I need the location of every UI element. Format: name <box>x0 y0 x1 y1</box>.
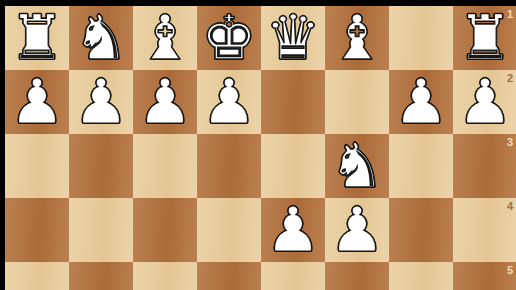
white-pawn[interactable]: ♟ <box>393 70 449 134</box>
square-a5[interactable]: 5 <box>453 262 516 290</box>
square-a2[interactable]: ♟2 <box>453 70 516 134</box>
square-g2[interactable]: ♟ <box>69 70 133 134</box>
square-f1[interactable]: ♝ <box>133 6 197 70</box>
square-f4[interactable] <box>133 198 197 262</box>
square-b2[interactable]: ♟ <box>389 70 453 134</box>
white-pawn[interactable]: ♟ <box>9 70 65 134</box>
white-rook[interactable]: ♜ <box>9 6 65 70</box>
rank-label-4: 4 <box>507 200 513 212</box>
white-pawn[interactable]: ♟ <box>457 70 513 134</box>
rank-label-2: 2 <box>507 72 513 84</box>
white-queen[interactable]: ♛ <box>265 6 321 70</box>
rank-label-5: 5 <box>507 264 513 276</box>
square-e5[interactable] <box>197 262 261 290</box>
square-g3[interactable] <box>69 134 133 198</box>
video-frame: ♜♞♝♚♛♝♜1♟♟♟♟♟♟2♞3♟♟45 <box>0 0 516 290</box>
square-d2[interactable] <box>261 70 325 134</box>
white-rook[interactable]: ♜ <box>457 6 513 70</box>
square-h1[interactable]: ♜ <box>5 6 69 70</box>
square-e2[interactable]: ♟ <box>197 70 261 134</box>
square-b3[interactable] <box>389 134 453 198</box>
square-c3[interactable]: ♞ <box>325 134 389 198</box>
white-bishop[interactable]: ♝ <box>137 6 193 70</box>
square-g1[interactable]: ♞ <box>69 6 133 70</box>
square-g5[interactable] <box>69 262 133 290</box>
square-c4[interactable]: ♟ <box>325 198 389 262</box>
square-d5[interactable] <box>261 262 325 290</box>
square-h4[interactable] <box>5 198 69 262</box>
square-b1[interactable] <box>389 6 453 70</box>
white-pawn[interactable]: ♟ <box>329 198 385 262</box>
square-g4[interactable] <box>69 198 133 262</box>
white-pawn[interactable]: ♟ <box>73 70 129 134</box>
white-pawn[interactable]: ♟ <box>137 70 193 134</box>
square-a3[interactable]: 3 <box>453 134 516 198</box>
white-pawn[interactable]: ♟ <box>201 70 257 134</box>
square-f5[interactable] <box>133 262 197 290</box>
white-pawn[interactable]: ♟ <box>265 198 321 262</box>
square-h5[interactable] <box>5 262 69 290</box>
square-d1[interactable]: ♛ <box>261 6 325 70</box>
square-f2[interactable]: ♟ <box>133 70 197 134</box>
square-e4[interactable] <box>197 198 261 262</box>
white-bishop[interactable]: ♝ <box>329 6 385 70</box>
white-knight[interactable]: ♞ <box>73 6 129 70</box>
square-h3[interactable] <box>5 134 69 198</box>
square-c2[interactable] <box>325 70 389 134</box>
square-b4[interactable] <box>389 198 453 262</box>
square-a4[interactable]: 4 <box>453 198 516 262</box>
square-b5[interactable] <box>389 262 453 290</box>
rank-label-3: 3 <box>507 136 513 148</box>
square-c1[interactable]: ♝ <box>325 6 389 70</box>
chess-board: ♜♞♝♚♛♝♜1♟♟♟♟♟♟2♞3♟♟45 <box>5 6 516 290</box>
square-d3[interactable] <box>261 134 325 198</box>
square-h2[interactable]: ♟ <box>5 70 69 134</box>
rank-label-1: 1 <box>507 8 513 20</box>
square-d4[interactable]: ♟ <box>261 198 325 262</box>
white-knight[interactable]: ♞ <box>329 134 385 198</box>
square-e1[interactable]: ♚ <box>197 6 261 70</box>
white-king[interactable]: ♚ <box>201 6 257 70</box>
square-f3[interactable] <box>133 134 197 198</box>
square-c5[interactable] <box>325 262 389 290</box>
square-a1[interactable]: ♜1 <box>453 6 516 70</box>
square-e3[interactable] <box>197 134 261 198</box>
